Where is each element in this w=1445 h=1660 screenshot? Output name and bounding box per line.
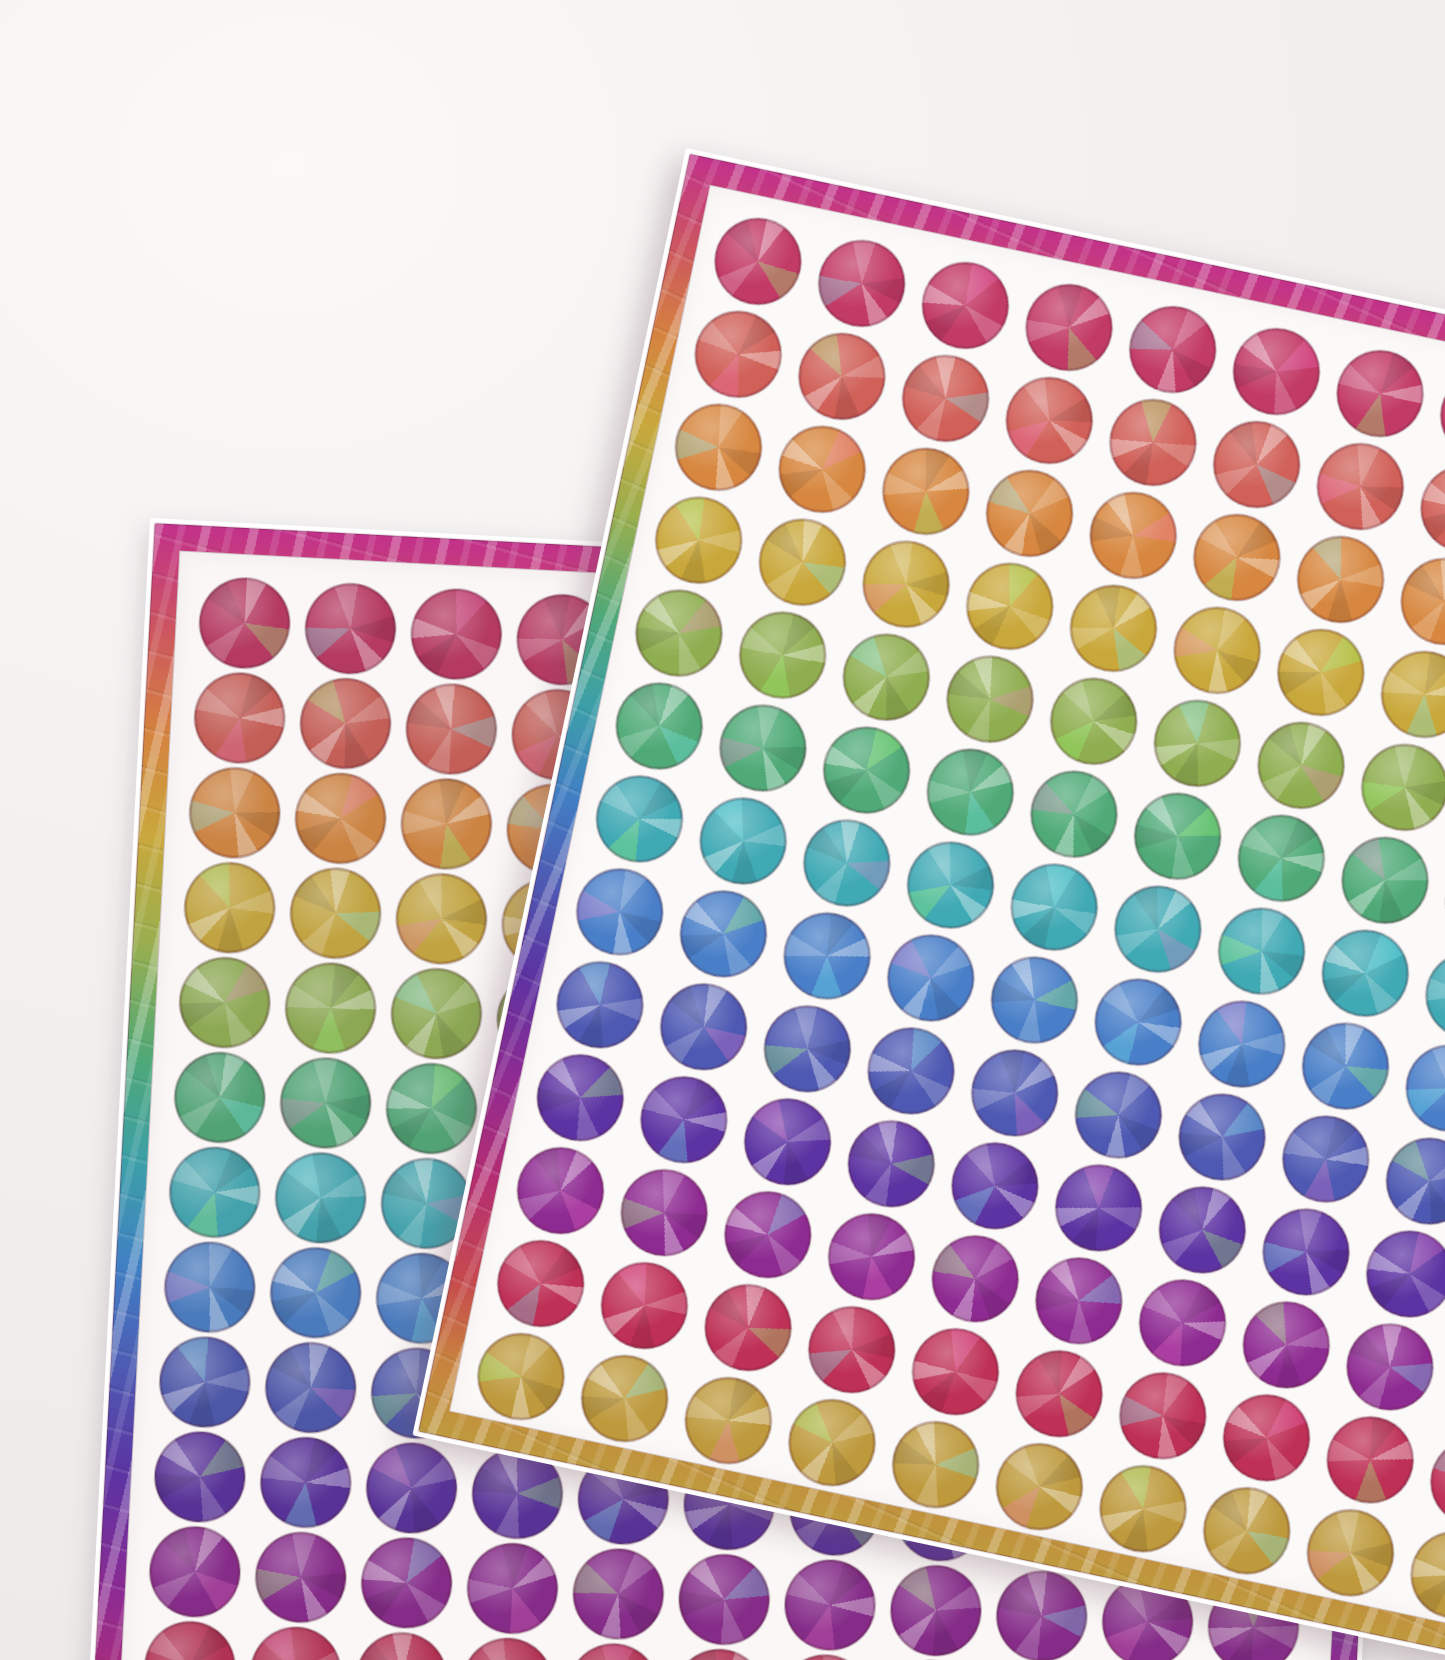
photo-canvas — [0, 0, 1445, 1660]
front-sticker-sheet — [412, 148, 1445, 1660]
